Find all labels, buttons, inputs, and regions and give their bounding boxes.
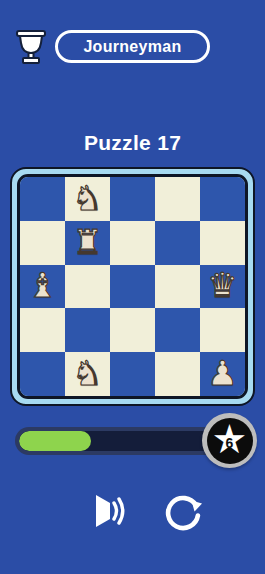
board-square-r5c4[interactable] — [155, 352, 200, 396]
board-square-r5c5[interactable]: ♟ — [200, 352, 245, 396]
chess-board-frame: ♞♜♝♛♞♟ — [10, 167, 255, 406]
rank-badge-button[interactable]: Journeyman — [55, 30, 210, 63]
speaker-icon — [96, 495, 123, 527]
app-screen: Journeyman Puzzle 17 ♞♜♝♛♞♟ ★ 6 — [0, 0, 265, 574]
board-square-r4c4[interactable] — [155, 308, 200, 352]
board-square-r2c3[interactable] — [110, 221, 155, 265]
board-square-r3c3[interactable] — [110, 265, 155, 309]
rank-badge-label: Journeyman — [83, 38, 181, 56]
board-square-r3c5[interactable]: ♛ — [200, 265, 245, 309]
white-knight: ♞ — [72, 356, 102, 390]
board-square-r2c2[interactable]: ♜ — [65, 221, 110, 265]
page-title: Puzzle 17 — [0, 131, 265, 155]
board-square-r1c3[interactable] — [110, 177, 155, 221]
white-queen: ♛ — [207, 268, 237, 302]
star-score-badge-circle: ★ 6 — [207, 418, 253, 464]
trophy-icon[interactable] — [15, 29, 47, 65]
board-square-r5c2[interactable]: ♞ — [65, 352, 110, 396]
board-square-r3c2[interactable] — [65, 265, 110, 309]
board-square-r2c4[interactable] — [155, 221, 200, 265]
progress-bar-fill — [19, 431, 91, 451]
board-square-r5c3[interactable] — [110, 352, 155, 396]
board-square-r4c3[interactable] — [110, 308, 155, 352]
board-square-r1c1[interactable] — [20, 177, 65, 221]
board-square-r4c2[interactable] — [65, 308, 110, 352]
star-score-badge: ★ 6 — [202, 413, 257, 468]
board-square-r1c5[interactable] — [200, 177, 245, 221]
board-square-r1c2[interactable]: ♞ — [65, 177, 110, 221]
white-pawn: ♟ — [207, 356, 237, 390]
white-rook: ♜ — [72, 225, 102, 259]
board-square-r3c4[interactable] — [155, 265, 200, 309]
star-score-value: 6 — [207, 434, 253, 450]
white-knight: ♞ — [72, 181, 102, 215]
board-square-r5c1[interactable] — [20, 352, 65, 396]
board-square-r2c5[interactable] — [200, 221, 245, 265]
board-square-r3c1[interactable]: ♝ — [20, 265, 65, 309]
restart-button[interactable] — [160, 488, 206, 534]
sound-button[interactable] — [92, 490, 132, 532]
board-square-r2c1[interactable] — [20, 221, 65, 265]
chess-board: ♞♜♝♛♞♟ — [17, 174, 248, 399]
white-bishop: ♝ — [27, 268, 57, 302]
restart-icon — [168, 498, 202, 528]
board-square-r4c1[interactable] — [20, 308, 65, 352]
board-square-r1c4[interactable] — [155, 177, 200, 221]
board-square-r4c5[interactable] — [200, 308, 245, 352]
